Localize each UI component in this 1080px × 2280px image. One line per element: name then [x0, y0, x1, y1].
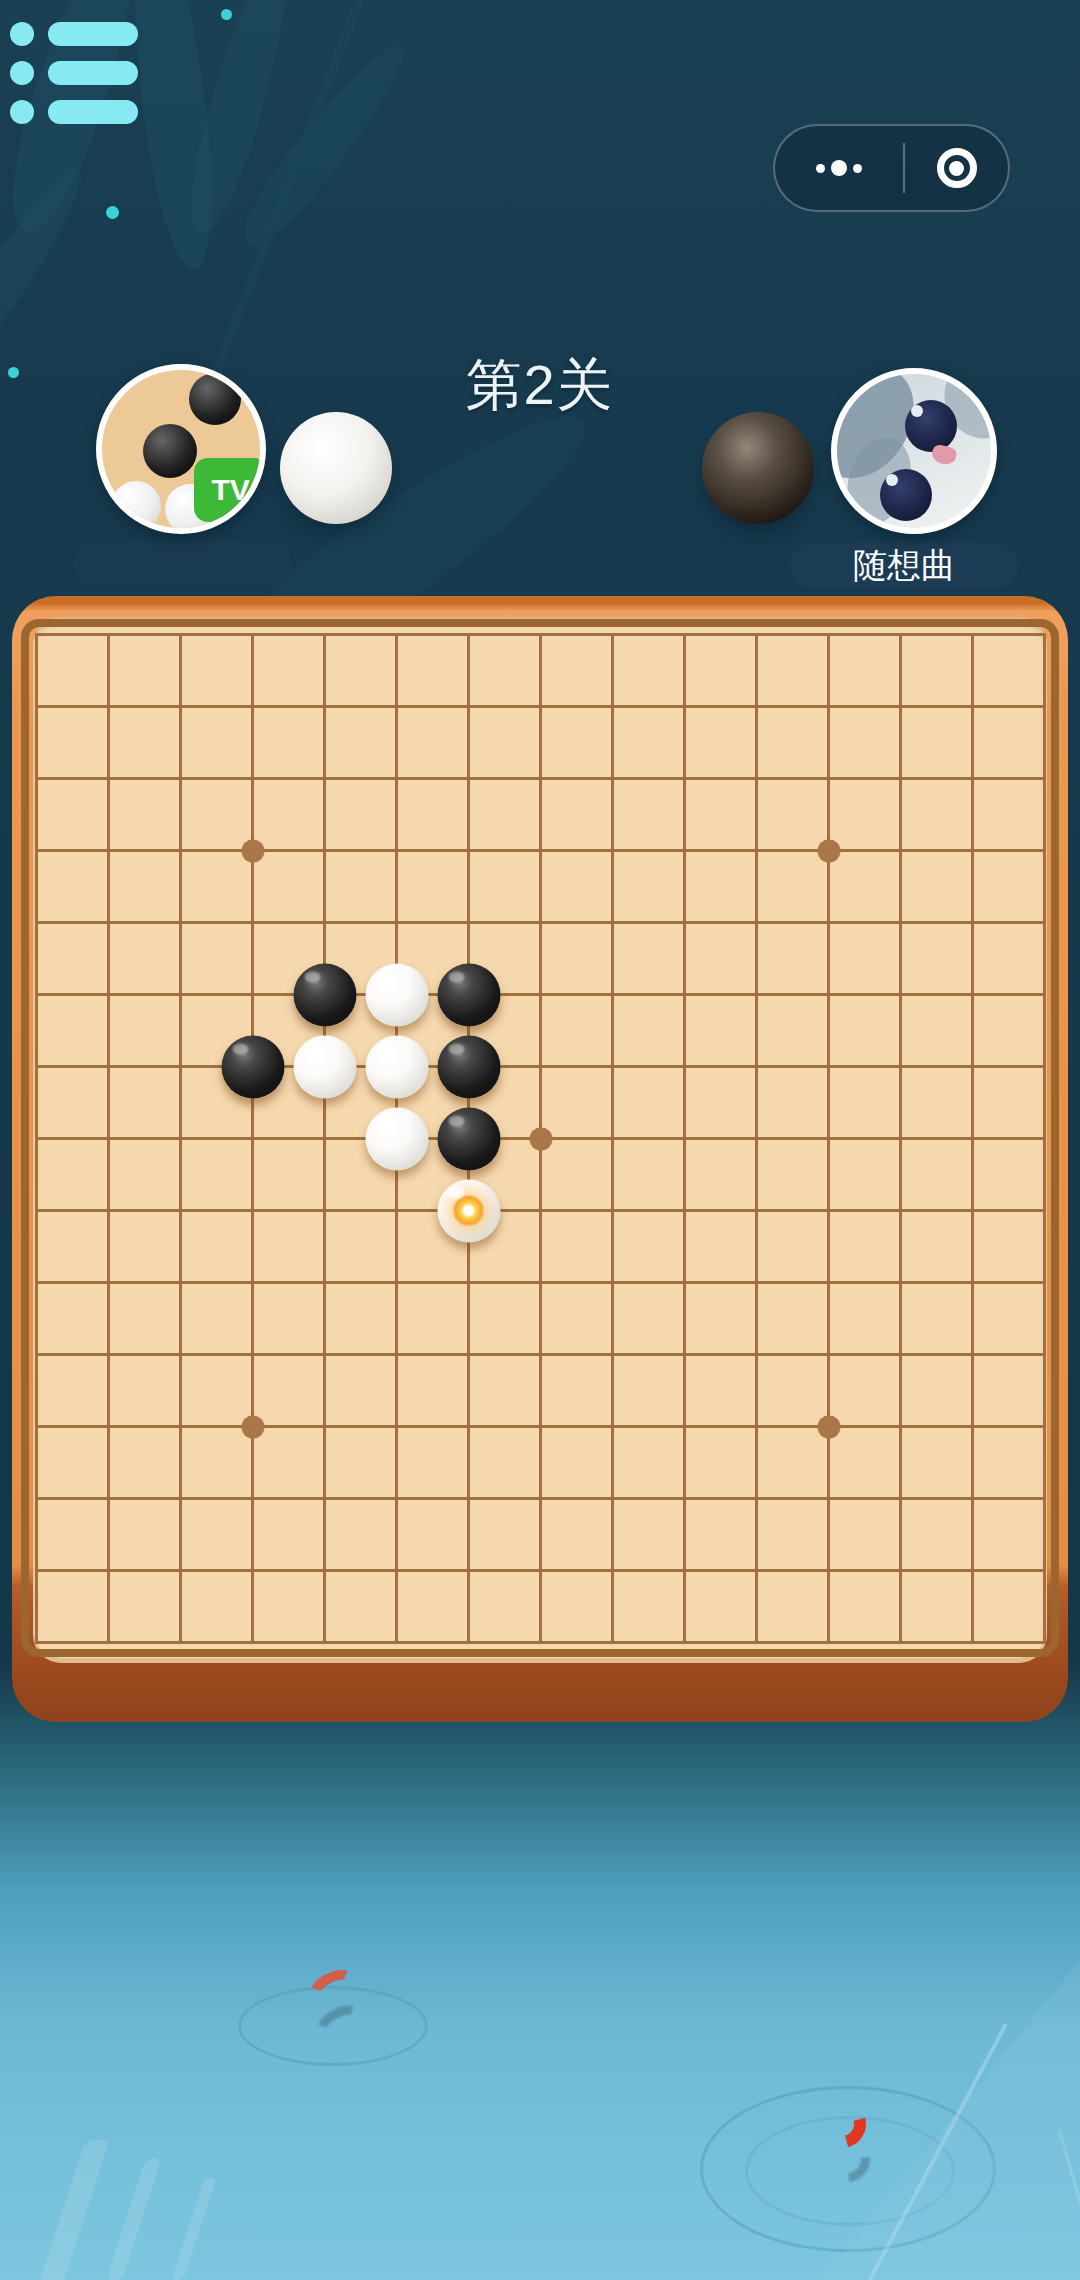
ellipsis-icon — [816, 164, 825, 173]
white-stone-highlight — [377, 1115, 393, 1126]
stone-white — [365, 963, 428, 1026]
menu-bullet-icon — [10, 61, 34, 85]
menu-bar-icon — [48, 100, 138, 124]
avatar-tv-badge: TV — [194, 458, 266, 522]
cat-eye-glint — [911, 405, 923, 417]
stone-white — [293, 1035, 356, 1098]
left-player-avatar: TV — [96, 364, 266, 534]
more-button[interactable] — [775, 126, 903, 210]
white-stone-highlight — [377, 971, 393, 982]
white-stone-highlight — [305, 1043, 321, 1054]
stone-black — [293, 963, 356, 1026]
right-player-name: 随想曲 — [853, 543, 955, 589]
right-player-stone-indicator — [702, 412, 814, 524]
black-stone-highlight — [305, 971, 321, 982]
menu-bar-icon — [48, 22, 138, 46]
wechat-capsule — [773, 124, 1010, 212]
white-stone-highlight — [377, 1043, 393, 1054]
target-circle-icon — [937, 148, 977, 188]
stone-black — [221, 1035, 284, 1098]
star-point — [817, 839, 840, 862]
light-streak — [106, 2158, 162, 2280]
spark-dot — [221, 9, 232, 20]
avatar-black-stone — [143, 424, 197, 478]
stone-black — [437, 1107, 500, 1170]
left-player-stone-indicator — [280, 412, 392, 524]
avatar-white-stone — [111, 481, 161, 531]
ellipsis-icon — [831, 160, 847, 176]
menu-bullet-icon — [10, 22, 34, 46]
black-stone-highlight — [233, 1043, 249, 1054]
light-streak — [38, 2140, 109, 2280]
stone-white — [365, 1035, 428, 1098]
last-move-marker — [453, 1195, 485, 1227]
ellipsis-icon — [853, 164, 862, 173]
menu-bar-icon — [48, 61, 138, 85]
black-stone-highlight — [449, 1115, 465, 1126]
exit-button[interactable] — [905, 126, 1008, 210]
star-point — [241, 839, 264, 862]
menu-bullet-icon — [10, 100, 34, 124]
stone-white — [365, 1107, 428, 1170]
right-player-name-pill: 随想曲 — [790, 542, 1018, 589]
black-stone-highlight — [449, 971, 465, 982]
go-board-grid[interactable] — [35, 633, 1046, 1644]
star-point — [817, 1415, 840, 1438]
menu-button[interactable] — [10, 22, 138, 124]
black-stone-highlight — [449, 1043, 465, 1054]
game-screen: 第2关 随想曲 TV — [0, 0, 1080, 2280]
left-player-name-pill — [74, 541, 292, 588]
cat-nose — [931, 444, 959, 467]
stone-white — [437, 1179, 500, 1242]
avatar-black-stone — [189, 373, 241, 425]
star-point — [241, 1415, 264, 1438]
stone-black — [437, 1035, 500, 1098]
star-point — [529, 1127, 552, 1150]
right-player-avatar — [831, 368, 997, 534]
stone-black — [437, 963, 500, 1026]
spark-dot — [106, 206, 119, 219]
light-streak — [171, 2178, 216, 2280]
